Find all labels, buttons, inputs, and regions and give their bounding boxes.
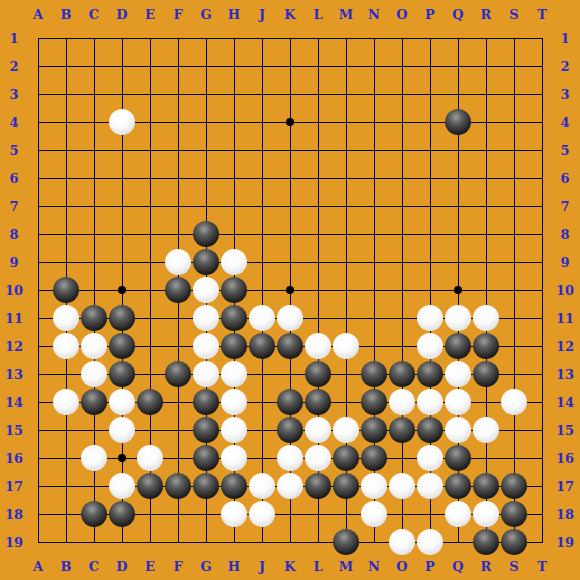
point-E2[interactable] bbox=[136, 52, 164, 80]
row-label-left: 12 bbox=[5, 340, 23, 353]
point-M11[interactable] bbox=[332, 304, 360, 332]
point-O6[interactable] bbox=[388, 164, 416, 192]
point-K9[interactable] bbox=[276, 248, 304, 276]
point-G18[interactable] bbox=[192, 500, 220, 528]
black-stone-D11 bbox=[109, 305, 135, 331]
point-Q10[interactable] bbox=[444, 276, 472, 304]
white-stone-Q18 bbox=[445, 501, 471, 527]
white-stone-P16 bbox=[417, 445, 443, 471]
point-O7[interactable] bbox=[388, 192, 416, 220]
point-H4[interactable] bbox=[220, 108, 248, 136]
row-label-right: 8 bbox=[560, 228, 569, 241]
black-stone-R19 bbox=[473, 529, 499, 555]
go-board: AA11BB22CC33DD44EE55FF66GG77HH88JJ99KK10… bbox=[0, 0, 580, 580]
point-D16[interactable] bbox=[108, 444, 136, 472]
point-E11[interactable] bbox=[136, 304, 164, 332]
point-B19[interactable] bbox=[52, 528, 80, 556]
column-label-bottom: K bbox=[284, 560, 295, 573]
point-B13[interactable] bbox=[52, 360, 80, 388]
point-Q2[interactable] bbox=[444, 52, 472, 80]
point-B5[interactable] bbox=[52, 136, 80, 164]
point-O4[interactable] bbox=[388, 108, 416, 136]
point-M10[interactable] bbox=[332, 276, 360, 304]
point-O10[interactable] bbox=[388, 276, 416, 304]
point-C5[interactable] bbox=[80, 136, 108, 164]
white-stone-F9 bbox=[165, 249, 191, 275]
row-label-left: 10 bbox=[5, 284, 23, 297]
point-H5[interactable] bbox=[220, 136, 248, 164]
white-stone-P11 bbox=[417, 305, 443, 331]
point-T19[interactable] bbox=[528, 528, 556, 556]
point-B4[interactable] bbox=[52, 108, 80, 136]
point-N8[interactable] bbox=[360, 220, 388, 248]
white-stone-H13 bbox=[221, 361, 247, 387]
point-S12[interactable] bbox=[500, 332, 528, 360]
point-G1[interactable] bbox=[192, 24, 220, 52]
point-Q8[interactable] bbox=[444, 220, 472, 248]
point-S2[interactable] bbox=[500, 52, 528, 80]
point-F2[interactable] bbox=[164, 52, 192, 80]
black-stone-H10 bbox=[221, 277, 247, 303]
point-A2[interactable] bbox=[24, 52, 52, 80]
point-O5[interactable] bbox=[388, 136, 416, 164]
point-J16[interactable] bbox=[248, 444, 276, 472]
point-L11[interactable] bbox=[304, 304, 332, 332]
point-P5[interactable] bbox=[416, 136, 444, 164]
point-F5[interactable] bbox=[164, 136, 192, 164]
black-stone-N13 bbox=[361, 361, 387, 387]
point-T7[interactable] bbox=[528, 192, 556, 220]
point-C17[interactable] bbox=[80, 472, 108, 500]
point-R5[interactable] bbox=[472, 136, 500, 164]
point-S5[interactable] bbox=[500, 136, 528, 164]
point-B1[interactable] bbox=[52, 24, 80, 52]
point-T17[interactable] bbox=[528, 472, 556, 500]
point-S13[interactable] bbox=[500, 360, 528, 388]
point-H3[interactable] bbox=[220, 80, 248, 108]
point-B16[interactable] bbox=[52, 444, 80, 472]
point-F7[interactable] bbox=[164, 192, 192, 220]
point-H2[interactable] bbox=[220, 52, 248, 80]
point-S8[interactable] bbox=[500, 220, 528, 248]
point-T15[interactable] bbox=[528, 416, 556, 444]
point-F3[interactable] bbox=[164, 80, 192, 108]
point-K5[interactable] bbox=[276, 136, 304, 164]
point-T11[interactable] bbox=[528, 304, 556, 332]
row-label-left: 11 bbox=[5, 312, 23, 325]
point-C10[interactable] bbox=[80, 276, 108, 304]
point-P8[interactable] bbox=[416, 220, 444, 248]
point-Q1[interactable] bbox=[444, 24, 472, 52]
point-N12[interactable] bbox=[360, 332, 388, 360]
point-B8[interactable] bbox=[52, 220, 80, 248]
white-stone-R11 bbox=[473, 305, 499, 331]
point-D6[interactable] bbox=[108, 164, 136, 192]
point-E5[interactable] bbox=[136, 136, 164, 164]
point-N4[interactable] bbox=[360, 108, 388, 136]
point-D9[interactable] bbox=[108, 248, 136, 276]
point-M14[interactable] bbox=[332, 388, 360, 416]
point-C6[interactable] bbox=[80, 164, 108, 192]
point-Q7[interactable] bbox=[444, 192, 472, 220]
point-L6[interactable] bbox=[304, 164, 332, 192]
black-stone-O13 bbox=[389, 361, 415, 387]
point-M3[interactable] bbox=[332, 80, 360, 108]
point-R7[interactable] bbox=[472, 192, 500, 220]
point-A3[interactable] bbox=[24, 80, 52, 108]
point-A19[interactable] bbox=[24, 528, 52, 556]
point-O18[interactable] bbox=[388, 500, 416, 528]
point-L19[interactable] bbox=[304, 528, 332, 556]
point-T5[interactable] bbox=[528, 136, 556, 164]
point-S1[interactable] bbox=[500, 24, 528, 52]
point-R1[interactable] bbox=[472, 24, 500, 52]
point-A18[interactable] bbox=[24, 500, 52, 528]
point-P2[interactable] bbox=[416, 52, 444, 80]
point-N7[interactable] bbox=[360, 192, 388, 220]
point-E1[interactable] bbox=[136, 24, 164, 52]
column-label-bottom: G bbox=[200, 560, 211, 573]
point-F11[interactable] bbox=[164, 304, 192, 332]
point-A14[interactable] bbox=[24, 388, 52, 416]
point-L8[interactable] bbox=[304, 220, 332, 248]
point-H19[interactable] bbox=[220, 528, 248, 556]
point-J14[interactable] bbox=[248, 388, 276, 416]
point-O1[interactable] bbox=[388, 24, 416, 52]
black-stone-F17 bbox=[165, 473, 191, 499]
point-E19[interactable] bbox=[136, 528, 164, 556]
point-J1[interactable] bbox=[248, 24, 276, 52]
point-O16[interactable] bbox=[388, 444, 416, 472]
point-S11[interactable] bbox=[500, 304, 528, 332]
point-N5[interactable] bbox=[360, 136, 388, 164]
point-C9[interactable] bbox=[80, 248, 108, 276]
point-E4[interactable] bbox=[136, 108, 164, 136]
point-M6[interactable] bbox=[332, 164, 360, 192]
point-R14[interactable] bbox=[472, 388, 500, 416]
point-L4[interactable] bbox=[304, 108, 332, 136]
point-K8[interactable] bbox=[276, 220, 304, 248]
point-O8[interactable] bbox=[388, 220, 416, 248]
row-label-right: 2 bbox=[560, 60, 569, 73]
point-T12[interactable] bbox=[528, 332, 556, 360]
point-M1[interactable] bbox=[332, 24, 360, 52]
point-C3[interactable] bbox=[80, 80, 108, 108]
point-A5[interactable] bbox=[24, 136, 52, 164]
point-D7[interactable] bbox=[108, 192, 136, 220]
point-N11[interactable] bbox=[360, 304, 388, 332]
point-B18[interactable] bbox=[52, 500, 80, 528]
white-stone-D15 bbox=[109, 417, 135, 443]
point-L2[interactable] bbox=[304, 52, 332, 80]
point-N6[interactable] bbox=[360, 164, 388, 192]
point-A17[interactable] bbox=[24, 472, 52, 500]
point-T13[interactable] bbox=[528, 360, 556, 388]
point-T3[interactable] bbox=[528, 80, 556, 108]
point-P4[interactable] bbox=[416, 108, 444, 136]
point-T2[interactable] bbox=[528, 52, 556, 80]
point-E7[interactable] bbox=[136, 192, 164, 220]
point-D19[interactable] bbox=[108, 528, 136, 556]
point-M4[interactable] bbox=[332, 108, 360, 136]
point-F12[interactable] bbox=[164, 332, 192, 360]
point-R2[interactable] bbox=[472, 52, 500, 80]
point-R3[interactable] bbox=[472, 80, 500, 108]
column-label-top: E bbox=[145, 8, 155, 21]
white-stone-O19 bbox=[389, 529, 415, 555]
point-B2[interactable] bbox=[52, 52, 80, 80]
point-T16[interactable] bbox=[528, 444, 556, 472]
point-G7[interactable] bbox=[192, 192, 220, 220]
point-T10[interactable] bbox=[528, 276, 556, 304]
point-M8[interactable] bbox=[332, 220, 360, 248]
point-P1[interactable] bbox=[416, 24, 444, 52]
point-M2[interactable] bbox=[332, 52, 360, 80]
point-A7[interactable] bbox=[24, 192, 52, 220]
point-A11[interactable] bbox=[24, 304, 52, 332]
point-A13[interactable] bbox=[24, 360, 52, 388]
row-label-left: 14 bbox=[5, 396, 23, 409]
row-label-left: 17 bbox=[5, 480, 23, 493]
column-label-top: R bbox=[481, 8, 492, 21]
point-K1[interactable] bbox=[276, 24, 304, 52]
point-S7[interactable] bbox=[500, 192, 528, 220]
point-B6[interactable] bbox=[52, 164, 80, 192]
point-O12[interactable] bbox=[388, 332, 416, 360]
point-C19[interactable] bbox=[80, 528, 108, 556]
point-F1[interactable] bbox=[164, 24, 192, 52]
point-J4[interactable] bbox=[248, 108, 276, 136]
point-G2[interactable] bbox=[192, 52, 220, 80]
point-E12[interactable] bbox=[136, 332, 164, 360]
point-K10[interactable] bbox=[276, 276, 304, 304]
point-E6[interactable] bbox=[136, 164, 164, 192]
point-O9[interactable] bbox=[388, 248, 416, 276]
point-Q6[interactable] bbox=[444, 164, 472, 192]
black-stone-Q4 bbox=[445, 109, 471, 135]
point-F14[interactable] bbox=[164, 388, 192, 416]
point-P7[interactable] bbox=[416, 192, 444, 220]
point-A8[interactable] bbox=[24, 220, 52, 248]
point-H6[interactable] bbox=[220, 164, 248, 192]
point-L9[interactable] bbox=[304, 248, 332, 276]
point-R8[interactable] bbox=[472, 220, 500, 248]
point-J2[interactable] bbox=[248, 52, 276, 80]
black-stone-C14 bbox=[81, 389, 107, 415]
black-stone-S19 bbox=[501, 529, 527, 555]
point-E15[interactable] bbox=[136, 416, 164, 444]
point-S10[interactable] bbox=[500, 276, 528, 304]
row-label-left: 13 bbox=[5, 368, 23, 381]
white-stone-L15 bbox=[305, 417, 331, 443]
point-D1[interactable] bbox=[108, 24, 136, 52]
point-M5[interactable] bbox=[332, 136, 360, 164]
point-C1[interactable] bbox=[80, 24, 108, 52]
black-stone-G17 bbox=[193, 473, 219, 499]
point-J7[interactable] bbox=[248, 192, 276, 220]
point-A10[interactable] bbox=[24, 276, 52, 304]
point-J5[interactable] bbox=[248, 136, 276, 164]
point-A1[interactable] bbox=[24, 24, 52, 52]
white-stone-C16 bbox=[81, 445, 107, 471]
point-E10[interactable] bbox=[136, 276, 164, 304]
point-L3[interactable] bbox=[304, 80, 332, 108]
point-N9[interactable] bbox=[360, 248, 388, 276]
point-L10[interactable] bbox=[304, 276, 332, 304]
point-C4[interactable] bbox=[80, 108, 108, 136]
point-A16[interactable] bbox=[24, 444, 52, 472]
point-Q5[interactable] bbox=[444, 136, 472, 164]
point-D5[interactable] bbox=[108, 136, 136, 164]
point-K18[interactable] bbox=[276, 500, 304, 528]
point-K3[interactable] bbox=[276, 80, 304, 108]
point-P3[interactable] bbox=[416, 80, 444, 108]
point-K7[interactable] bbox=[276, 192, 304, 220]
point-F15[interactable] bbox=[164, 416, 192, 444]
point-A6[interactable] bbox=[24, 164, 52, 192]
point-A12[interactable] bbox=[24, 332, 52, 360]
point-J6[interactable] bbox=[248, 164, 276, 192]
point-E18[interactable] bbox=[136, 500, 164, 528]
point-N19[interactable] bbox=[360, 528, 388, 556]
point-K2[interactable] bbox=[276, 52, 304, 80]
white-stone-G13 bbox=[193, 361, 219, 387]
point-N10[interactable] bbox=[360, 276, 388, 304]
point-J8[interactable] bbox=[248, 220, 276, 248]
point-S3[interactable] bbox=[500, 80, 528, 108]
point-S16[interactable] bbox=[500, 444, 528, 472]
point-C7[interactable] bbox=[80, 192, 108, 220]
point-K13[interactable] bbox=[276, 360, 304, 388]
point-F19[interactable] bbox=[164, 528, 192, 556]
point-O2[interactable] bbox=[388, 52, 416, 80]
point-D10[interactable] bbox=[108, 276, 136, 304]
point-B17[interactable] bbox=[52, 472, 80, 500]
point-E8[interactable] bbox=[136, 220, 164, 248]
point-P18[interactable] bbox=[416, 500, 444, 528]
point-C15[interactable] bbox=[80, 416, 108, 444]
point-S6[interactable] bbox=[500, 164, 528, 192]
point-R6[interactable] bbox=[472, 164, 500, 192]
point-P9[interactable] bbox=[416, 248, 444, 276]
point-H1[interactable] bbox=[220, 24, 248, 52]
point-G5[interactable] bbox=[192, 136, 220, 164]
point-B9[interactable] bbox=[52, 248, 80, 276]
point-T1[interactable] bbox=[528, 24, 556, 52]
point-C2[interactable] bbox=[80, 52, 108, 80]
point-O11[interactable] bbox=[388, 304, 416, 332]
point-D8[interactable] bbox=[108, 220, 136, 248]
white-stone-B12 bbox=[53, 333, 79, 359]
point-G19[interactable] bbox=[192, 528, 220, 556]
point-K6[interactable] bbox=[276, 164, 304, 192]
point-H7[interactable] bbox=[220, 192, 248, 220]
point-P6[interactable] bbox=[416, 164, 444, 192]
point-T4[interactable] bbox=[528, 108, 556, 136]
white-stone-M12 bbox=[333, 333, 359, 359]
point-Q9[interactable] bbox=[444, 248, 472, 276]
column-label-top: C bbox=[89, 8, 99, 21]
point-F18[interactable] bbox=[164, 500, 192, 528]
point-L7[interactable] bbox=[304, 192, 332, 220]
point-L5[interactable] bbox=[304, 136, 332, 164]
point-M9[interactable] bbox=[332, 248, 360, 276]
point-T9[interactable] bbox=[528, 248, 556, 276]
point-C8[interactable] bbox=[80, 220, 108, 248]
point-B3[interactable] bbox=[52, 80, 80, 108]
point-R16[interactable] bbox=[472, 444, 500, 472]
point-D3[interactable] bbox=[108, 80, 136, 108]
point-R10[interactable] bbox=[472, 276, 500, 304]
white-stone-O14 bbox=[389, 389, 415, 415]
point-G6[interactable] bbox=[192, 164, 220, 192]
white-stone-G10 bbox=[193, 277, 219, 303]
point-A9[interactable] bbox=[24, 248, 52, 276]
point-A4[interactable] bbox=[24, 108, 52, 136]
point-Q19[interactable] bbox=[444, 528, 472, 556]
point-T18[interactable] bbox=[528, 500, 556, 528]
point-P10[interactable] bbox=[416, 276, 444, 304]
point-S15[interactable] bbox=[500, 416, 528, 444]
point-S4[interactable] bbox=[500, 108, 528, 136]
point-D2[interactable] bbox=[108, 52, 136, 80]
point-G4[interactable] bbox=[192, 108, 220, 136]
point-M13[interactable] bbox=[332, 360, 360, 388]
point-E3[interactable] bbox=[136, 80, 164, 108]
point-E9[interactable] bbox=[136, 248, 164, 276]
point-F6[interactable] bbox=[164, 164, 192, 192]
white-stone-Q11 bbox=[445, 305, 471, 331]
point-A15[interactable] bbox=[24, 416, 52, 444]
point-E13[interactable] bbox=[136, 360, 164, 388]
row-label-right: 6 bbox=[560, 172, 569, 185]
point-T14[interactable] bbox=[528, 388, 556, 416]
point-N1[interactable] bbox=[360, 24, 388, 52]
point-R9[interactable] bbox=[472, 248, 500, 276]
point-L18[interactable] bbox=[304, 500, 332, 528]
point-H8[interactable] bbox=[220, 220, 248, 248]
point-J3[interactable] bbox=[248, 80, 276, 108]
white-stone-S14 bbox=[501, 389, 527, 415]
point-B7[interactable] bbox=[52, 192, 80, 220]
point-N2[interactable] bbox=[360, 52, 388, 80]
point-T6[interactable] bbox=[528, 164, 556, 192]
point-T8[interactable] bbox=[528, 220, 556, 248]
point-Q3[interactable] bbox=[444, 80, 472, 108]
point-S9[interactable] bbox=[500, 248, 528, 276]
point-B15[interactable] bbox=[52, 416, 80, 444]
point-K4[interactable] bbox=[276, 108, 304, 136]
point-J13[interactable] bbox=[248, 360, 276, 388]
white-stone-D17 bbox=[109, 473, 135, 499]
point-F4[interactable] bbox=[164, 108, 192, 136]
point-J10[interactable] bbox=[248, 276, 276, 304]
point-N3[interactable] bbox=[360, 80, 388, 108]
point-K19[interactable] bbox=[276, 528, 304, 556]
white-stone-L12 bbox=[305, 333, 331, 359]
point-F16[interactable] bbox=[164, 444, 192, 472]
point-F8[interactable] bbox=[164, 220, 192, 248]
point-M18[interactable] bbox=[332, 500, 360, 528]
point-J19[interactable] bbox=[248, 528, 276, 556]
point-J9[interactable] bbox=[248, 248, 276, 276]
point-L1[interactable] bbox=[304, 24, 332, 52]
point-M7[interactable] bbox=[332, 192, 360, 220]
point-O3[interactable] bbox=[388, 80, 416, 108]
point-J15[interactable] bbox=[248, 416, 276, 444]
point-R4[interactable] bbox=[472, 108, 500, 136]
point-G3[interactable] bbox=[192, 80, 220, 108]
